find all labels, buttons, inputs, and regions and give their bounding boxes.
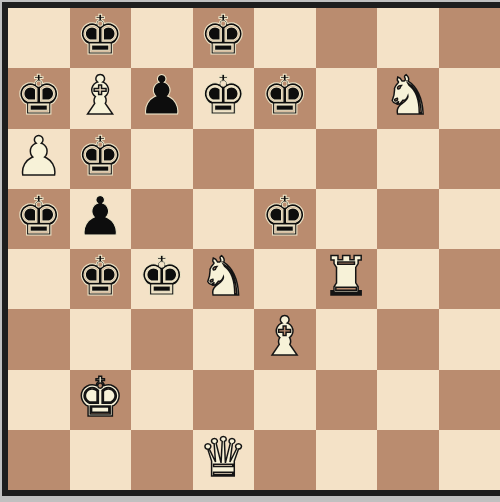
black-king-b4[interactable]: ♚	[76, 250, 124, 304]
square-d2[interactable]	[193, 370, 255, 430]
white-knight-g7[interactable]: ♞	[384, 69, 432, 123]
square-g7[interactable]: ♞	[377, 68, 439, 128]
black-king-b6[interactable]: ♚	[76, 130, 124, 184]
white-king-b2[interactable]: ♚	[76, 371, 124, 425]
square-h7[interactable]	[439, 68, 500, 128]
square-b1[interactable]	[70, 430, 132, 490]
square-h1[interactable]	[439, 430, 500, 490]
square-c5[interactable]	[131, 189, 193, 249]
chess-diagram-page: ♚♚♚♝♟♚♚♞♟♚♚♟♚♚♚♞♜♝♚♛	[0, 0, 500, 502]
square-g8[interactable]	[377, 8, 439, 68]
white-rook-f4[interactable]: ♜	[322, 250, 370, 304]
square-h8[interactable]	[439, 8, 500, 68]
square-c7[interactable]: ♟	[131, 68, 193, 128]
square-a7[interactable]: ♚	[8, 68, 70, 128]
square-h2[interactable]	[439, 370, 500, 430]
square-c8[interactable]	[131, 8, 193, 68]
square-b2[interactable]: ♚	[70, 370, 132, 430]
square-d6[interactable]	[193, 129, 255, 189]
square-d1[interactable]: ♛	[193, 430, 255, 490]
square-h4[interactable]	[439, 249, 500, 309]
square-f7[interactable]	[316, 68, 378, 128]
black-king-a7[interactable]: ♚	[15, 69, 63, 123]
square-e7[interactable]: ♚	[254, 68, 316, 128]
black-pawn-b5[interactable]: ♟	[76, 190, 124, 244]
square-f8[interactable]	[316, 8, 378, 68]
white-queen-d1[interactable]: ♛	[199, 431, 247, 485]
square-f1[interactable]	[316, 430, 378, 490]
square-e4[interactable]	[254, 249, 316, 309]
black-king-b8[interactable]: ♚	[76, 9, 124, 63]
square-a5[interactable]: ♚	[8, 189, 70, 249]
square-b6[interactable]: ♚	[70, 129, 132, 189]
square-a6[interactable]: ♟	[8, 129, 70, 189]
black-king-a5[interactable]: ♚	[15, 190, 63, 244]
black-pawn-c7[interactable]: ♟	[138, 69, 186, 123]
square-a3[interactable]	[8, 309, 70, 369]
square-d4[interactable]: ♞	[193, 249, 255, 309]
square-c1[interactable]	[131, 430, 193, 490]
square-d3[interactable]	[193, 309, 255, 369]
black-king-e5[interactable]: ♚	[261, 190, 309, 244]
square-g1[interactable]	[377, 430, 439, 490]
square-b7[interactable]: ♝	[70, 68, 132, 128]
square-f5[interactable]	[316, 189, 378, 249]
square-h6[interactable]	[439, 129, 500, 189]
square-a1[interactable]	[8, 430, 70, 490]
square-e6[interactable]	[254, 129, 316, 189]
square-a4[interactable]	[8, 249, 70, 309]
board-frame: ♚♚♚♝♟♚♚♞♟♚♚♟♚♚♚♞♜♝♚♛	[2, 2, 500, 496]
white-pawn-a6[interactable]: ♟	[15, 130, 63, 184]
square-e1[interactable]	[254, 430, 316, 490]
white-bishop-e3[interactable]: ♝	[261, 310, 309, 364]
square-e3[interactable]: ♝	[254, 309, 316, 369]
square-c3[interactable]	[131, 309, 193, 369]
square-e2[interactable]	[254, 370, 316, 430]
square-c4[interactable]: ♚	[131, 249, 193, 309]
square-g5[interactable]	[377, 189, 439, 249]
black-king-e7[interactable]: ♚	[261, 69, 309, 123]
square-b4[interactable]: ♚	[70, 249, 132, 309]
square-g3[interactable]	[377, 309, 439, 369]
square-g4[interactable]	[377, 249, 439, 309]
chess-board: ♚♚♚♝♟♚♚♞♟♚♚♟♚♚♚♞♜♝♚♛	[8, 8, 500, 490]
square-b8[interactable]: ♚	[70, 8, 132, 68]
square-g2[interactable]	[377, 370, 439, 430]
white-bishop-b7[interactable]: ♝	[76, 69, 124, 123]
square-f2[interactable]	[316, 370, 378, 430]
square-d8[interactable]: ♚	[193, 8, 255, 68]
square-f6[interactable]	[316, 129, 378, 189]
square-f4[interactable]: ♜	[316, 249, 378, 309]
square-b3[interactable]	[70, 309, 132, 369]
white-knight-d4[interactable]: ♞	[199, 250, 247, 304]
square-c2[interactable]	[131, 370, 193, 430]
black-king-d7[interactable]: ♚	[199, 69, 247, 123]
square-b5[interactable]: ♟	[70, 189, 132, 249]
square-g6[interactable]	[377, 129, 439, 189]
square-h5[interactable]	[439, 189, 500, 249]
square-c6[interactable]	[131, 129, 193, 189]
square-e5[interactable]: ♚	[254, 189, 316, 249]
square-a8[interactable]	[8, 8, 70, 68]
black-king-c4[interactable]: ♚	[138, 250, 186, 304]
square-a2[interactable]	[8, 370, 70, 430]
black-king-d8[interactable]: ♚	[199, 9, 247, 63]
square-d5[interactable]	[193, 189, 255, 249]
square-d7[interactable]: ♚	[193, 68, 255, 128]
square-h3[interactable]	[439, 309, 500, 369]
square-f3[interactable]	[316, 309, 378, 369]
square-e8[interactable]	[254, 8, 316, 68]
